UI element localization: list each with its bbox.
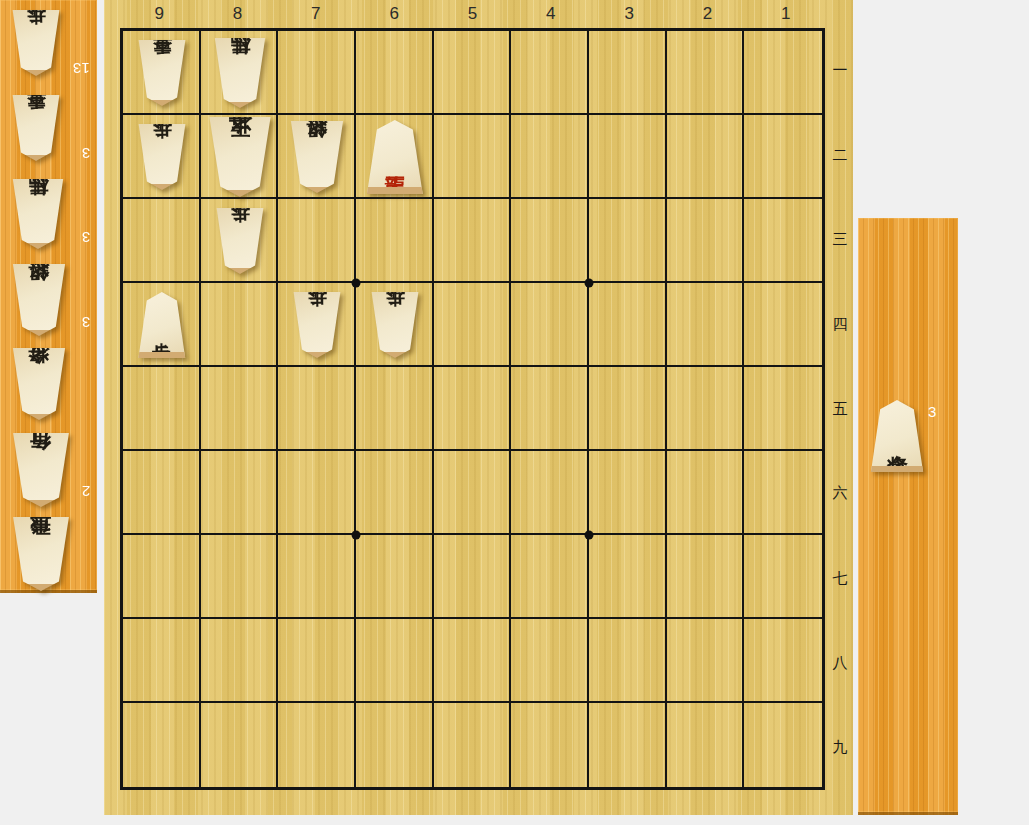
board-cell-2-4[interactable]	[667, 283, 745, 367]
koma-body: 飛車	[10, 517, 72, 591]
gote-hand-bishop[interactable]: 角行2	[0, 429, 97, 511]
koma-kanji: 歩兵	[152, 154, 171, 161]
koma-body: 銀将	[288, 121, 346, 193]
board-cell-1-6[interactable]	[744, 451, 822, 535]
hand-count: 2	[82, 484, 90, 499]
board-cell-2-2[interactable]	[667, 115, 745, 199]
file-label-3: 3	[590, 1, 668, 26]
file-label-9: 9	[120, 1, 198, 26]
board-cell-7-8[interactable]	[278, 619, 356, 703]
koma-body: 金将	[10, 348, 68, 420]
board-cell-2-7[interactable]	[667, 535, 745, 619]
rank-label-3: 三	[827, 197, 853, 282]
board-cell-3-7[interactable]	[589, 535, 667, 619]
board-cell-7-1[interactable]	[278, 31, 356, 115]
board-cell-9-3[interactable]	[123, 199, 201, 283]
koma-kanji: 角行	[31, 466, 52, 473]
board-cell-6-6[interactable]	[356, 451, 434, 535]
piece-knight-81[interactable]: 桂馬	[212, 38, 268, 108]
board-cell-2-8[interactable]	[667, 619, 745, 703]
koma-body: 桂馬	[212, 38, 268, 108]
koma-body: 角行	[10, 433, 72, 507]
board-cell-6-8[interactable]	[356, 619, 434, 703]
rank-label-9: 九	[827, 705, 853, 790]
board-cell-5-5[interactable]	[434, 367, 512, 451]
koma-kanji: 歩兵	[27, 40, 46, 47]
board-cell-1-4[interactable]	[744, 283, 822, 367]
piece-pawn-gote-hand[interactable]: 歩兵	[10, 10, 62, 76]
piece-pawn-94[interactable]: 歩兵	[136, 292, 188, 358]
board-cell-7-9[interactable]	[278, 703, 356, 787]
sente-hand-tray: 金将3	[858, 218, 958, 815]
board-cell-6-3[interactable]	[356, 199, 434, 283]
hand-count: 3	[82, 315, 90, 330]
piece-knight-gote-hand[interactable]: 桂馬	[10, 179, 66, 249]
board-cell-3-1[interactable]	[589, 31, 667, 115]
piece-silver-gote-hand[interactable]: 銀将	[10, 264, 68, 336]
koma-body: 桂馬	[10, 179, 66, 249]
board-cell-6-7[interactable]	[356, 535, 434, 619]
koma-kanji: 歩兵	[385, 322, 404, 329]
koma-body: 歩兵	[10, 10, 62, 76]
board-grid: 香車桂馬歩兵玉将銀将龍王歩兵歩兵歩兵歩兵	[120, 28, 825, 790]
koma-body: 龍王	[364, 120, 426, 194]
gote-hand-knight[interactable]: 桂馬3	[0, 175, 97, 257]
board-cell-4-7[interactable]	[511, 535, 589, 619]
board-cell-9-6[interactable]	[123, 451, 201, 535]
board-cell-3-8[interactable]	[589, 619, 667, 703]
koma-kanji: 飛車	[31, 551, 52, 558]
file-labels: 987654321	[120, 1, 825, 26]
gote-hand-pawn[interactable]: 歩兵13	[0, 6, 97, 88]
koma-kanji: 桂馬	[28, 211, 48, 218]
koma-body: 歩兵	[214, 208, 266, 274]
koma-kanji: 歩兵	[152, 322, 171, 329]
board-cell-3-6[interactable]	[589, 451, 667, 535]
board-cell-6-1[interactable]	[356, 31, 434, 115]
rank-label-8: 八	[827, 621, 853, 706]
piece-gold-gote-hand[interactable]: 金将	[10, 348, 68, 420]
board-cell-8-8[interactable]	[201, 619, 279, 703]
koma-body: 香車	[10, 95, 62, 161]
board-cell-5-9[interactable]	[434, 703, 512, 787]
file-label-8: 8	[198, 1, 276, 26]
board-cell-2-1[interactable]	[667, 31, 745, 115]
board-cell-9-5[interactable]	[123, 367, 201, 451]
hand-count: 3	[82, 146, 90, 161]
sente-hand-gold[interactable]: 金将3	[858, 396, 958, 478]
board-cell-4-4[interactable]	[511, 283, 589, 367]
board-cell-4-8[interactable]	[511, 619, 589, 703]
board-cell-4-5[interactable]	[511, 367, 589, 451]
board-cell-5-8[interactable]	[434, 619, 512, 703]
board-cell-3-5[interactable]	[589, 367, 667, 451]
koma-kanji: 歩兵	[308, 322, 327, 329]
file-label-1: 1	[747, 1, 825, 26]
board-cell-2-3[interactable]	[667, 199, 745, 283]
board-cell-6-5[interactable]	[356, 367, 434, 451]
board-cell-7-7[interactable]	[278, 535, 356, 619]
board-cell-3-4[interactable]	[589, 283, 667, 367]
rank-label-7: 七	[827, 536, 853, 621]
board-cell-6-9[interactable]	[356, 703, 434, 787]
rank-label-4: 四	[827, 282, 853, 367]
shogi-board: 987654321 一二三四五六七八九 香車桂馬歩兵玉将銀将龍王歩兵歩兵歩兵歩兵	[104, 0, 853, 815]
koma-kanji: 銀将	[29, 296, 50, 303]
board-cell-1-2[interactable]	[744, 115, 822, 199]
board-cell-3-9[interactable]	[589, 703, 667, 787]
board-cell-5-3[interactable]	[434, 199, 512, 283]
board-cell-5-7[interactable]	[434, 535, 512, 619]
board-cell-1-7[interactable]	[744, 535, 822, 619]
file-label-2: 2	[668, 1, 746, 26]
board-cell-7-6[interactable]	[278, 451, 356, 535]
rank-label-1: 一	[827, 28, 853, 113]
koma-kanji: 歩兵	[230, 238, 249, 245]
rank-labels: 一二三四五六七八九	[827, 28, 853, 790]
koma-kanji: 龍王	[384, 154, 405, 161]
board-cell-9-9[interactable]	[123, 703, 201, 787]
koma-kanji: 香車	[152, 70, 171, 77]
board-cell-5-6[interactable]	[434, 451, 512, 535]
piece-gold-sente-hand[interactable]: 金将	[868, 400, 926, 472]
board-cell-5-4[interactable]	[434, 283, 512, 367]
koma-body: 銀将	[10, 264, 68, 336]
board-cell-9-8[interactable]	[123, 619, 201, 703]
piece-pawn-83[interactable]: 歩兵	[214, 208, 266, 274]
koma-kanji: 桂馬	[230, 70, 250, 77]
board-cell-1-1[interactable]	[744, 31, 822, 115]
gote-hand-rook[interactable]: 飛車	[0, 513, 97, 595]
koma-body: 金将	[868, 400, 926, 472]
board-cell-8-7[interactable]	[201, 535, 279, 619]
koma-kanji: 金将	[29, 381, 50, 388]
koma-kanji: 玉将	[228, 154, 251, 161]
board-cell-1-3[interactable]	[744, 199, 822, 283]
gote-hand-tray: 歩兵13香車3桂馬3銀将3金将角行2飛車	[0, 0, 97, 593]
board-cell-2-5[interactable]	[667, 367, 745, 451]
file-label-6: 6	[355, 1, 433, 26]
piece-pawn-64[interactable]: 歩兵	[369, 292, 421, 358]
koma-body: 歩兵	[136, 124, 188, 190]
board-cell-4-6[interactable]	[511, 451, 589, 535]
rank-label-2: 二	[827, 113, 853, 198]
board-cell-8-6[interactable]	[201, 451, 279, 535]
board-cell-2-6[interactable]	[667, 451, 745, 535]
hand-count: 3	[82, 230, 90, 245]
piece-bishop-gote-hand[interactable]: 角行	[10, 433, 72, 507]
koma-body: 玉将	[206, 117, 274, 197]
rank-label-5: 五	[827, 367, 853, 452]
board-cell-3-2[interactable]	[589, 115, 667, 199]
gote-hand-gold[interactable]: 金将	[0, 344, 97, 426]
koma-kanji: 香車	[27, 124, 46, 131]
board-cell-5-2[interactable]	[434, 115, 512, 199]
board-cell-4-3[interactable]	[511, 199, 589, 283]
gote-hand-lance[interactable]: 香車3	[0, 91, 97, 173]
hand-count: 13	[73, 61, 90, 76]
rank-label-6: 六	[827, 451, 853, 536]
hand-count: 3	[928, 404, 936, 419]
piece-silver-72[interactable]: 銀将	[288, 121, 346, 193]
koma-kanji: 金将	[887, 433, 908, 440]
shogi-app: 歩兵13香車3桂馬3銀将3金将角行2飛車 987654321 一二三四五六七八九…	[0, 0, 1029, 825]
koma-body: 歩兵	[136, 292, 188, 358]
koma-kanji: 銀将	[307, 154, 328, 161]
file-label-5: 5	[433, 1, 511, 26]
koma-body: 歩兵	[291, 292, 343, 358]
gote-hand-silver[interactable]: 銀将3	[0, 260, 97, 342]
board-cell-7-5[interactable]	[278, 367, 356, 451]
koma-body: 歩兵	[369, 292, 421, 358]
piece-lance-gote-hand[interactable]: 香車	[10, 95, 62, 161]
board-cell-2-9[interactable]	[667, 703, 745, 787]
board-cell-4-1[interactable]	[511, 31, 589, 115]
board-cell-5-1[interactable]	[434, 31, 512, 115]
board-cell-7-3[interactable]	[278, 199, 356, 283]
board-cell-1-8[interactable]	[744, 619, 822, 703]
board-cell-8-5[interactable]	[201, 367, 279, 451]
board-cell-3-3[interactable]	[589, 199, 667, 283]
board-cell-9-7[interactable]	[123, 535, 201, 619]
piece-lance-91[interactable]: 香車	[136, 40, 188, 106]
piece-pawn-92[interactable]: 歩兵	[136, 124, 188, 190]
board-cell-1-9[interactable]	[744, 703, 822, 787]
board-cell-1-5[interactable]	[744, 367, 822, 451]
piece-dragon-62[interactable]: 龍王	[364, 120, 426, 194]
board-cell-8-9[interactable]	[201, 703, 279, 787]
piece-rook-gote-hand[interactable]: 飛車	[10, 517, 72, 591]
koma-body: 香車	[136, 40, 188, 106]
piece-king-82[interactable]: 玉将	[206, 117, 274, 197]
board-cell-4-2[interactable]	[511, 115, 589, 199]
board-cell-8-4[interactable]	[201, 283, 279, 367]
board-cell-4-9[interactable]	[511, 703, 589, 787]
file-label-7: 7	[277, 1, 355, 26]
piece-pawn-74[interactable]: 歩兵	[291, 292, 343, 358]
file-label-4: 4	[512, 1, 590, 26]
